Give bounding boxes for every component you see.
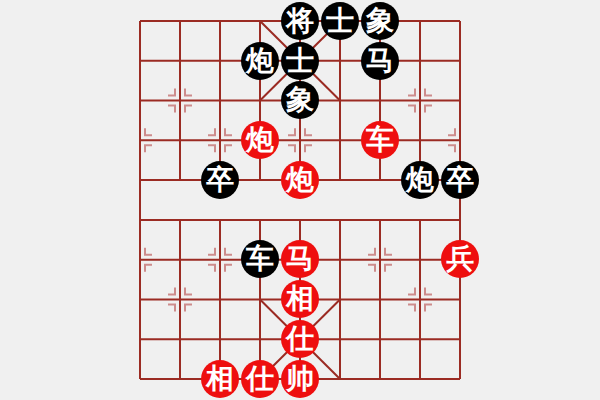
piece-black-advisor[interactable]: 士 (321, 2, 359, 40)
piece-red-cannon[interactable]: 炮 (241, 121, 279, 159)
piece-black-horse[interactable]: 马 (361, 42, 399, 80)
piece-red-cannon[interactable]: 炮 (281, 161, 319, 199)
piece-red-general[interactable]: 帅 (281, 360, 319, 398)
piece-red-soldier[interactable]: 兵 (441, 240, 479, 278)
piece-red-elephant[interactable]: 相 (201, 360, 239, 398)
piece-black-soldier[interactable]: 卒 (441, 161, 479, 199)
piece-red-horse[interactable]: 马 (281, 240, 319, 278)
piece-red-chariot[interactable]: 车 (361, 121, 399, 159)
piece-red-advisor[interactable]: 仕 (281, 320, 319, 358)
piece-black-elephant[interactable]: 象 (281, 81, 319, 119)
piece-red-advisor[interactable]: 仕 (241, 360, 279, 398)
piece-black-soldier[interactable]: 卒 (201, 161, 239, 199)
piece-black-cannon[interactable]: 炮 (401, 161, 439, 199)
piece-black-general[interactable]: 将 (281, 2, 319, 40)
piece-black-cannon[interactable]: 炮 (241, 42, 279, 80)
board-grid: 将士象炮士马象炮车卒炮炮卒车马兵相仕相仕帅 (120, 1, 480, 399)
xiangqi-board[interactable]: 将士象炮士马象炮车卒炮炮卒车马兵相仕相仕帅 (0, 0, 600, 400)
piece-black-advisor[interactable]: 士 (281, 42, 319, 80)
piece-red-elephant[interactable]: 相 (281, 280, 319, 318)
piece-black-chariot[interactable]: 车 (241, 240, 279, 278)
piece-black-elephant[interactable]: 象 (361, 2, 399, 40)
